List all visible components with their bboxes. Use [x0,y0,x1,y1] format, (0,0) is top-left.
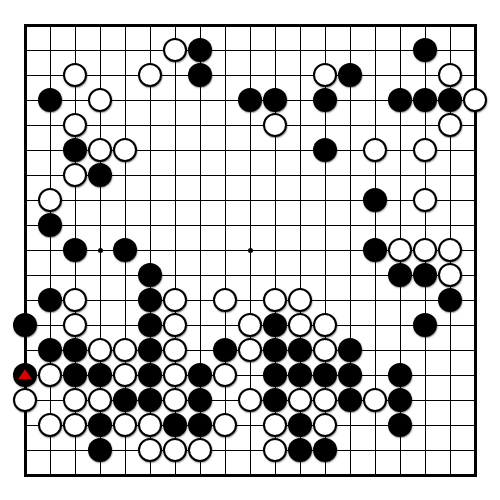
intersection[interactable] [188,63,213,88]
intersection[interactable] [338,388,363,413]
intersection[interactable] [413,438,438,463]
intersection[interactable] [338,238,363,263]
intersection[interactable] [188,438,213,463]
intersection[interactable] [438,213,463,238]
intersection[interactable] [438,463,463,488]
intersection[interactable] [13,113,38,138]
intersection[interactable] [313,288,338,313]
intersection[interactable] [438,338,463,363]
intersection[interactable] [263,363,288,388]
intersection[interactable] [188,288,213,313]
intersection[interactable] [188,13,213,38]
intersection[interactable] [288,188,313,213]
intersection[interactable] [38,363,63,388]
intersection[interactable] [313,13,338,38]
intersection[interactable] [263,288,288,313]
intersection[interactable] [413,238,438,263]
intersection[interactable] [288,163,313,188]
intersection[interactable] [238,138,263,163]
intersection[interactable] [38,463,63,488]
intersection[interactable] [338,463,363,488]
intersection[interactable] [338,363,363,388]
intersection[interactable] [88,38,113,63]
intersection[interactable] [463,63,488,88]
intersection[interactable] [388,413,413,438]
intersection[interactable] [238,213,263,238]
intersection[interactable] [388,363,413,388]
intersection[interactable] [113,138,138,163]
intersection[interactable] [263,113,288,138]
intersection[interactable] [88,188,113,213]
intersection[interactable] [338,163,363,188]
intersection[interactable] [363,38,388,63]
intersection[interactable] [88,438,113,463]
intersection[interactable] [338,313,363,338]
intersection[interactable] [338,38,363,63]
intersection[interactable] [88,388,113,413]
intersection[interactable] [413,388,438,413]
intersection[interactable] [188,263,213,288]
intersection[interactable] [113,263,138,288]
intersection[interactable] [213,38,238,63]
intersection[interactable] [163,138,188,163]
intersection[interactable] [113,313,138,338]
intersection[interactable] [88,338,113,363]
intersection[interactable] [138,313,163,338]
intersection[interactable] [188,338,213,363]
intersection[interactable] [338,63,363,88]
intersection[interactable] [138,413,163,438]
intersection[interactable] [38,388,63,413]
intersection[interactable] [363,388,388,413]
intersection[interactable] [388,388,413,413]
intersection[interactable] [413,113,438,138]
intersection[interactable] [263,438,288,463]
intersection[interactable] [238,413,263,438]
intersection[interactable] [113,113,138,138]
intersection[interactable] [63,38,88,63]
intersection[interactable] [63,163,88,188]
intersection[interactable] [438,288,463,313]
intersection[interactable] [463,313,488,338]
intersection[interactable] [363,413,388,438]
intersection[interactable] [213,238,238,263]
intersection[interactable] [288,438,313,463]
intersection[interactable] [138,188,163,213]
intersection[interactable] [13,413,38,438]
intersection[interactable] [138,463,163,488]
intersection[interactable] [438,388,463,413]
intersection[interactable] [463,463,488,488]
intersection[interactable] [13,13,38,38]
intersection[interactable] [138,388,163,413]
intersection[interactable] [338,288,363,313]
intersection[interactable] [188,88,213,113]
intersection[interactable] [388,188,413,213]
intersection[interactable] [163,438,188,463]
intersection[interactable] [188,363,213,388]
intersection[interactable] [38,38,63,63]
intersection[interactable] [163,363,188,388]
intersection[interactable] [288,338,313,363]
intersection[interactable] [288,38,313,63]
intersection[interactable] [113,163,138,188]
intersection[interactable] [163,213,188,238]
intersection[interactable] [313,63,338,88]
intersection[interactable] [238,113,263,138]
intersection[interactable] [188,138,213,163]
intersection[interactable] [313,388,338,413]
intersection[interactable] [188,413,213,438]
intersection[interactable] [288,388,313,413]
intersection[interactable] [88,138,113,163]
intersection[interactable] [238,463,263,488]
intersection[interactable] [313,88,338,113]
intersection[interactable] [313,38,338,63]
intersection[interactable] [13,288,38,313]
intersection[interactable] [88,263,113,288]
intersection[interactable] [363,238,388,263]
intersection[interactable] [413,263,438,288]
intersection[interactable] [163,38,188,63]
intersection[interactable] [13,313,38,338]
intersection[interactable] [163,13,188,38]
intersection[interactable] [138,213,163,238]
intersection[interactable] [38,288,63,313]
intersection[interactable] [163,63,188,88]
intersection[interactable] [388,163,413,188]
intersection[interactable] [463,413,488,438]
intersection[interactable] [313,313,338,338]
intersection[interactable] [263,313,288,338]
intersection[interactable] [238,313,263,338]
intersection[interactable] [463,288,488,313]
intersection[interactable] [363,88,388,113]
intersection[interactable] [13,263,38,288]
intersection[interactable] [288,363,313,388]
intersection[interactable] [338,263,363,288]
intersection[interactable] [38,138,63,163]
intersection[interactable] [413,13,438,38]
intersection[interactable] [113,188,138,213]
intersection[interactable] [213,188,238,213]
intersection[interactable] [388,138,413,163]
intersection[interactable] [13,213,38,238]
intersection[interactable] [363,13,388,38]
intersection[interactable] [338,113,363,138]
intersection[interactable] [63,63,88,88]
intersection[interactable] [213,288,238,313]
intersection[interactable] [463,13,488,38]
intersection[interactable] [438,438,463,463]
intersection[interactable] [238,188,263,213]
intersection[interactable] [463,38,488,63]
intersection[interactable] [213,313,238,338]
intersection[interactable] [38,213,63,238]
intersection[interactable] [188,238,213,263]
intersection[interactable] [113,238,138,263]
intersection[interactable] [238,288,263,313]
intersection[interactable] [463,163,488,188]
intersection[interactable] [238,163,263,188]
intersection[interactable] [138,338,163,363]
intersection[interactable] [88,288,113,313]
intersection[interactable] [13,63,38,88]
intersection[interactable] [388,263,413,288]
intersection[interactable] [38,338,63,363]
intersection[interactable] [63,313,88,338]
intersection[interactable] [13,363,38,388]
intersection[interactable] [438,363,463,388]
intersection[interactable] [213,388,238,413]
intersection[interactable] [338,88,363,113]
intersection[interactable] [288,413,313,438]
intersection[interactable] [338,338,363,363]
intersection[interactable] [463,113,488,138]
intersection[interactable] [363,188,388,213]
intersection[interactable] [463,438,488,463]
intersection[interactable] [388,463,413,488]
intersection[interactable] [263,13,288,38]
intersection[interactable] [363,338,388,363]
intersection[interactable] [238,238,263,263]
intersection[interactable] [163,263,188,288]
intersection[interactable] [438,413,463,438]
intersection[interactable] [388,288,413,313]
intersection[interactable] [113,288,138,313]
intersection[interactable] [138,438,163,463]
intersection[interactable] [388,113,413,138]
intersection[interactable] [213,138,238,163]
intersection[interactable] [263,263,288,288]
intersection[interactable] [138,263,163,288]
intersection[interactable] [263,63,288,88]
intersection[interactable] [213,463,238,488]
intersection[interactable] [313,438,338,463]
intersection[interactable] [463,363,488,388]
intersection[interactable] [438,88,463,113]
intersection[interactable] [363,313,388,338]
intersection[interactable] [188,313,213,338]
intersection[interactable] [413,38,438,63]
intersection[interactable] [163,413,188,438]
intersection[interactable] [363,163,388,188]
intersection[interactable] [63,338,88,363]
intersection[interactable] [138,238,163,263]
intersection[interactable] [363,363,388,388]
intersection[interactable] [263,163,288,188]
intersection[interactable] [188,163,213,188]
intersection[interactable] [463,88,488,113]
intersection[interactable] [463,188,488,213]
intersection[interactable] [88,313,113,338]
intersection[interactable] [263,38,288,63]
intersection[interactable] [313,238,338,263]
intersection[interactable] [63,138,88,163]
intersection[interactable] [138,38,163,63]
intersection[interactable] [238,388,263,413]
intersection[interactable] [163,113,188,138]
intersection[interactable] [113,63,138,88]
intersection[interactable] [313,138,338,163]
intersection[interactable] [388,88,413,113]
intersection[interactable] [188,463,213,488]
intersection[interactable] [438,313,463,338]
intersection[interactable] [338,438,363,463]
intersection[interactable] [213,413,238,438]
intersection[interactable] [238,13,263,38]
intersection[interactable] [238,88,263,113]
intersection[interactable] [288,138,313,163]
intersection[interactable] [238,63,263,88]
intersection[interactable] [113,338,138,363]
intersection[interactable] [463,338,488,363]
intersection[interactable] [38,113,63,138]
intersection[interactable] [138,13,163,38]
intersection[interactable] [463,213,488,238]
intersection[interactable] [363,113,388,138]
intersection[interactable] [313,213,338,238]
intersection[interactable] [38,88,63,113]
intersection[interactable] [138,88,163,113]
intersection[interactable] [13,438,38,463]
intersection[interactable] [138,288,163,313]
intersection[interactable] [88,238,113,263]
intersection[interactable] [263,213,288,238]
intersection[interactable] [463,238,488,263]
intersection[interactable] [338,138,363,163]
intersection[interactable] [263,88,288,113]
intersection[interactable] [238,263,263,288]
intersection[interactable] [63,388,88,413]
intersection[interactable] [13,163,38,188]
intersection[interactable] [438,238,463,263]
intersection[interactable] [213,363,238,388]
intersection[interactable] [63,238,88,263]
intersection[interactable] [388,213,413,238]
intersection[interactable] [188,388,213,413]
intersection[interactable] [163,338,188,363]
intersection[interactable] [288,213,313,238]
intersection[interactable] [113,463,138,488]
intersection[interactable] [313,363,338,388]
intersection[interactable] [38,438,63,463]
intersection[interactable] [413,338,438,363]
intersection[interactable] [38,188,63,213]
intersection[interactable] [113,438,138,463]
intersection[interactable] [213,88,238,113]
intersection[interactable] [438,188,463,213]
intersection[interactable] [413,63,438,88]
intersection[interactable] [63,288,88,313]
intersection[interactable] [63,188,88,213]
intersection[interactable] [88,113,113,138]
intersection[interactable] [113,213,138,238]
intersection[interactable] [88,463,113,488]
intersection[interactable] [413,413,438,438]
intersection[interactable] [138,138,163,163]
intersection[interactable] [263,338,288,363]
intersection[interactable] [38,63,63,88]
intersection[interactable] [88,63,113,88]
intersection[interactable] [113,38,138,63]
intersection[interactable] [363,288,388,313]
intersection[interactable] [338,213,363,238]
intersection[interactable] [163,463,188,488]
intersection[interactable] [63,438,88,463]
intersection[interactable] [288,463,313,488]
intersection[interactable] [38,263,63,288]
intersection[interactable] [13,338,38,363]
intersection[interactable] [388,13,413,38]
intersection[interactable] [413,188,438,213]
intersection[interactable] [288,13,313,38]
intersection[interactable] [88,413,113,438]
intersection[interactable] [88,363,113,388]
intersection[interactable] [113,13,138,38]
intersection[interactable] [213,113,238,138]
intersection[interactable] [338,13,363,38]
intersection[interactable] [288,88,313,113]
intersection[interactable] [413,138,438,163]
intersection[interactable] [388,438,413,463]
intersection[interactable] [438,163,463,188]
intersection[interactable] [238,363,263,388]
intersection[interactable] [138,363,163,388]
intersection[interactable] [188,213,213,238]
intersection[interactable] [13,188,38,213]
intersection[interactable] [213,63,238,88]
intersection[interactable] [63,463,88,488]
intersection[interactable] [163,238,188,263]
intersection[interactable] [88,13,113,38]
intersection[interactable] [413,313,438,338]
intersection[interactable] [63,88,88,113]
intersection[interactable] [463,263,488,288]
intersection[interactable] [88,88,113,113]
intersection[interactable] [263,463,288,488]
intersection[interactable] [263,138,288,163]
intersection[interactable] [413,88,438,113]
intersection[interactable] [438,113,463,138]
intersection[interactable] [213,13,238,38]
intersection[interactable] [263,238,288,263]
intersection[interactable] [313,413,338,438]
intersection[interactable] [163,388,188,413]
intersection[interactable] [188,113,213,138]
intersection[interactable] [38,413,63,438]
intersection[interactable] [413,163,438,188]
intersection[interactable] [463,388,488,413]
intersection[interactable] [313,188,338,213]
intersection[interactable] [238,38,263,63]
intersection[interactable] [413,288,438,313]
intersection[interactable] [163,88,188,113]
intersection[interactable] [163,163,188,188]
intersection[interactable] [13,88,38,113]
intersection[interactable] [338,188,363,213]
intersection[interactable] [288,288,313,313]
intersection[interactable] [163,188,188,213]
intersection[interactable] [13,463,38,488]
intersection[interactable] [413,213,438,238]
intersection[interactable] [13,238,38,263]
intersection[interactable] [413,363,438,388]
intersection[interactable] [63,213,88,238]
intersection[interactable] [63,113,88,138]
intersection[interactable] [263,413,288,438]
intersection[interactable] [363,438,388,463]
